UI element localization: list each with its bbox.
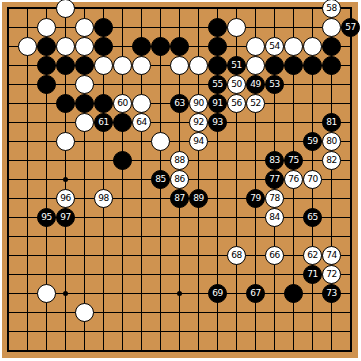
stone-white-plain — [18, 37, 37, 56]
stone-black-plain — [322, 37, 341, 56]
stone-white-plain — [113, 56, 132, 75]
stone-black-51: 51 — [227, 56, 246, 75]
stone-white-plain — [132, 56, 151, 75]
stone-black-49: 49 — [246, 75, 265, 94]
stone-white-plain — [37, 284, 56, 303]
stone-white-74: 74 — [322, 246, 341, 265]
stone-white-80: 80 — [322, 132, 341, 151]
stone-black-65: 65 — [303, 208, 322, 227]
stone-black-89: 89 — [189, 189, 208, 208]
stone-white-64: 64 — [132, 113, 151, 132]
stone-white-56: 56 — [227, 94, 246, 113]
stone-white-54: 54 — [265, 37, 284, 56]
stone-white-plain — [75, 75, 94, 94]
stone-white-82: 82 — [322, 151, 341, 170]
stone-black-plain — [94, 94, 113, 113]
stone-black-85: 85 — [151, 170, 170, 189]
stone-white-84: 84 — [265, 208, 284, 227]
stone-white-plain — [56, 132, 75, 151]
stone-white-58: 58 — [322, 0, 341, 18]
stone-black-73: 73 — [322, 284, 341, 303]
stone-white-plain — [56, 0, 75, 18]
stones-grid: 5857545155504953606390915652616492938194… — [0, 0, 360, 360]
stone-black-59: 59 — [303, 132, 322, 151]
stone-white-90: 90 — [189, 94, 208, 113]
stone-white-plain — [246, 37, 265, 56]
stone-white-plain — [303, 37, 322, 56]
stone-black-57: 57 — [341, 18, 360, 37]
stone-white-plain — [56, 37, 75, 56]
stone-black-97: 97 — [56, 208, 75, 227]
stone-white-52: 52 — [246, 94, 265, 113]
stone-black-plain — [94, 18, 113, 37]
stone-black-61: 61 — [94, 113, 113, 132]
stone-black-91: 91 — [208, 94, 227, 113]
stone-white-66: 66 — [265, 246, 284, 265]
stone-black-plain — [151, 37, 170, 56]
stone-black-plain — [75, 94, 94, 113]
stone-black-63: 63 — [170, 94, 189, 113]
go-diagram: 5857545155504953606390915652616492938194… — [0, 0, 361, 361]
stone-black-plain — [322, 56, 341, 75]
stone-black-plain — [37, 37, 56, 56]
stone-white-plain — [322, 18, 341, 37]
stone-white-plain — [132, 94, 151, 113]
stone-white-plain — [189, 56, 208, 75]
stone-black-67: 67 — [246, 284, 265, 303]
stone-white-plain — [94, 56, 113, 75]
stone-black-53: 53 — [265, 75, 284, 94]
stone-white-plain — [75, 113, 94, 132]
stone-white-68: 68 — [227, 246, 246, 265]
stone-white-plain — [246, 56, 265, 75]
stone-white-62: 62 — [303, 246, 322, 265]
stone-black-55: 55 — [208, 75, 227, 94]
stone-black-plain — [56, 56, 75, 75]
stone-white-plain — [75, 37, 94, 56]
stone-black-plain — [208, 18, 227, 37]
stone-black-plain — [265, 56, 284, 75]
stone-white-98: 98 — [94, 189, 113, 208]
stone-white-60: 60 — [113, 94, 132, 113]
stone-black-plain — [303, 56, 322, 75]
stone-black-plain — [284, 284, 303, 303]
stone-black-93: 93 — [208, 113, 227, 132]
stone-black-plain — [132, 37, 151, 56]
stone-white-plain — [75, 18, 94, 37]
stone-white-76: 76 — [284, 170, 303, 189]
stone-white-plain — [151, 132, 170, 151]
stone-black-plain — [284, 56, 303, 75]
stone-black-77: 77 — [265, 170, 284, 189]
stone-white-plain — [37, 18, 56, 37]
stone-white-plain — [75, 303, 94, 322]
stone-white-88: 88 — [170, 151, 189, 170]
stone-black-87: 87 — [170, 189, 189, 208]
stone-white-96: 96 — [56, 189, 75, 208]
stone-black-95: 95 — [37, 208, 56, 227]
stone-white-94: 94 — [189, 132, 208, 151]
stone-black-69: 69 — [208, 284, 227, 303]
stone-black-plain — [113, 151, 132, 170]
stone-white-plain — [170, 56, 189, 75]
stone-black-plain — [208, 37, 227, 56]
stone-black-plain — [113, 113, 132, 132]
stone-black-79: 79 — [246, 189, 265, 208]
stone-black-plain — [208, 56, 227, 75]
stone-black-71: 71 — [303, 265, 322, 284]
stone-black-plain — [37, 56, 56, 75]
stone-white-70: 70 — [303, 170, 322, 189]
stone-white-50: 50 — [227, 75, 246, 94]
stone-black-81: 81 — [322, 113, 341, 132]
stone-white-plain — [227, 18, 246, 37]
stone-black-83: 83 — [265, 151, 284, 170]
stone-white-plain — [284, 37, 303, 56]
stone-white-92: 92 — [189, 113, 208, 132]
stone-black-75: 75 — [284, 151, 303, 170]
stone-white-72: 72 — [322, 265, 341, 284]
stone-black-plain — [37, 75, 56, 94]
stone-black-plain — [56, 94, 75, 113]
stone-white-86: 86 — [170, 170, 189, 189]
stone-black-plain — [170, 37, 189, 56]
stone-black-plain — [94, 37, 113, 56]
stone-black-plain — [75, 56, 94, 75]
stone-white-78: 78 — [265, 189, 284, 208]
